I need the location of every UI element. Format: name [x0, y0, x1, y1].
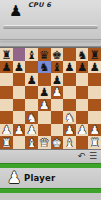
square-f8[interactable]	[63, 48, 76, 61]
square-b4[interactable]	[13, 99, 26, 112]
square-b5[interactable]	[13, 86, 26, 99]
piece-white-pawn: ♟	[1, 125, 11, 137]
square-f2[interactable]: ♟	[63, 124, 76, 137]
square-a8[interactable]: ♜	[0, 48, 13, 61]
menu-icon[interactable]: ☰	[89, 151, 97, 162]
square-a6[interactable]	[0, 73, 13, 86]
square-g8[interactable]: ♞	[76, 48, 89, 61]
square-c2[interactable]: ♟	[25, 124, 38, 137]
square-c6[interactable]: ♟	[25, 73, 38, 86]
chess-board: ♜♝♛♚♞♜♟♟♞♝♟♟♟♟♟♟♟♟♞♞♟♟♟♟♟♟♜♝♛♚♝♜	[0, 47, 101, 149]
piece-black-pawn: ♟	[52, 74, 62, 86]
piece-black-rook: ♜	[90, 49, 100, 61]
piece-white-rook: ♜	[90, 137, 100, 149]
square-e8[interactable]: ♚	[51, 48, 64, 61]
piece-white-knight: ♞	[26, 112, 36, 124]
square-d8[interactable]: ♛	[38, 48, 51, 61]
square-h7[interactable]: ♟	[88, 61, 101, 74]
square-d4[interactable]: ♟	[38, 99, 51, 112]
piece-white-king: ♚	[52, 137, 62, 149]
piece-white-pawn: ♟	[77, 125, 87, 137]
square-e5[interactable]: ♟	[51, 86, 64, 99]
square-e4[interactable]	[51, 99, 64, 112]
black-pawn-icon: ♟	[9, 2, 22, 20]
square-d5[interactable]: ♟	[38, 86, 51, 99]
square-e1[interactable]: ♚	[51, 136, 64, 149]
piece-black-knight: ♞	[77, 49, 87, 61]
square-a2[interactable]: ♟	[0, 124, 13, 137]
square-e7[interactable]: ♝	[51, 61, 64, 74]
square-c3[interactable]: ♞	[25, 111, 38, 124]
square-d6[interactable]	[38, 73, 51, 86]
square-f5[interactable]	[63, 86, 76, 99]
piece-black-pawn: ♟	[64, 62, 74, 74]
piece-white-pawn: ♟	[26, 125, 36, 137]
player-name-label: Player	[24, 173, 55, 183]
square-f6[interactable]	[63, 73, 76, 86]
square-d7[interactable]: ♞	[38, 61, 51, 74]
square-g3[interactable]	[76, 111, 89, 124]
player-bar: ♟ Player	[0, 168, 101, 188]
square-c8[interactable]: ♝	[25, 48, 38, 61]
piece-white-bishop: ♝	[64, 137, 74, 149]
square-c1[interactable]: ♝	[25, 136, 38, 149]
captured-pieces-tray	[3, 25, 98, 29]
square-e6[interactable]: ♟	[51, 73, 64, 86]
square-h5[interactable]	[88, 86, 101, 99]
square-e3[interactable]	[51, 111, 64, 124]
square-b6[interactable]	[13, 73, 26, 86]
piece-white-pawn: ♟	[39, 100, 49, 112]
piece-black-pawn: ♟	[90, 62, 100, 74]
piece-white-rook: ♜	[1, 137, 11, 149]
square-g6[interactable]	[76, 73, 89, 86]
piece-black-pawn: ♟	[39, 87, 49, 99]
square-a1[interactable]: ♜	[0, 136, 13, 149]
square-h1[interactable]: ♜	[88, 136, 101, 149]
square-a3[interactable]	[0, 111, 13, 124]
square-h4[interactable]	[88, 99, 101, 112]
piece-black-pawn: ♟	[26, 74, 36, 86]
piece-black-queen: ♛	[39, 49, 49, 61]
square-b3[interactable]	[13, 111, 26, 124]
square-g5[interactable]	[76, 86, 89, 99]
piece-white-bishop: ♝	[26, 137, 36, 149]
piece-black-pawn: ♟	[1, 62, 11, 74]
control-strip: ↶ ☰	[0, 149, 101, 163]
piece-black-king: ♚	[52, 49, 62, 61]
piece-black-knight: ♞	[39, 62, 49, 74]
bottom-margin	[0, 193, 101, 200]
square-f3[interactable]: ♞	[63, 111, 76, 124]
square-g4[interactable]	[76, 99, 89, 112]
piece-white-queen: ♛	[39, 137, 49, 149]
square-a7[interactable]: ♟	[0, 61, 13, 74]
square-b2[interactable]: ♟	[13, 124, 26, 137]
piece-white-pawn: ♟	[14, 125, 24, 137]
piece-white-pawn: ♟	[90, 125, 100, 137]
square-h8[interactable]: ♜	[88, 48, 101, 61]
square-f7[interactable]: ♟	[63, 61, 76, 74]
square-h3[interactable]	[88, 111, 101, 124]
piece-white-knight: ♞	[64, 112, 74, 124]
piece-black-bishop: ♝	[26, 49, 36, 61]
piece-white-pawn: ♟	[64, 125, 74, 137]
square-e2[interactable]	[51, 124, 64, 137]
square-a5[interactable]	[0, 86, 13, 99]
square-b1[interactable]	[13, 136, 26, 149]
square-b7[interactable]: ♟	[13, 61, 26, 74]
piece-black-pawn: ♟	[77, 62, 87, 74]
square-d1[interactable]: ♛	[38, 136, 51, 149]
opponent-name-label: CPU 6	[28, 1, 51, 9]
square-f1[interactable]: ♝	[63, 136, 76, 149]
piece-white-pawn: ♟	[52, 87, 62, 99]
top-bar-divider	[0, 39, 101, 40]
square-d3[interactable]	[38, 111, 51, 124]
square-g7[interactable]: ♟	[76, 61, 89, 74]
square-c5[interactable]	[25, 86, 38, 99]
white-pawn-icon: ♟	[7, 168, 21, 188]
piece-black-bishop: ♝	[52, 62, 62, 74]
control-icons: ↶ ☰	[77, 151, 97, 162]
square-g1[interactable]	[76, 136, 89, 149]
square-c7[interactable]	[25, 61, 38, 74]
chess-app-screen: ♟ CPU 6 ♜♝♛♚♞♜♟♟♞♝♟♟♟♟♟♟♟♟♞♞♟♟♟♟♟♟♜♝♛♚♝♜…	[0, 0, 101, 200]
square-d2[interactable]	[38, 124, 51, 137]
square-a4[interactable]	[0, 99, 13, 112]
opponent-bar: ♟ CPU 6	[0, 0, 101, 47]
square-c4[interactable]	[25, 99, 38, 112]
square-f4[interactable]	[63, 99, 76, 112]
undo-icon[interactable]: ↶	[77, 151, 85, 162]
piece-black-pawn: ♟	[14, 62, 24, 74]
square-b8[interactable]	[13, 48, 26, 61]
square-h2[interactable]: ♟	[88, 124, 101, 137]
square-g2[interactable]: ♟	[76, 124, 89, 137]
square-h6[interactable]	[88, 73, 101, 86]
piece-black-rook: ♜	[1, 49, 11, 61]
